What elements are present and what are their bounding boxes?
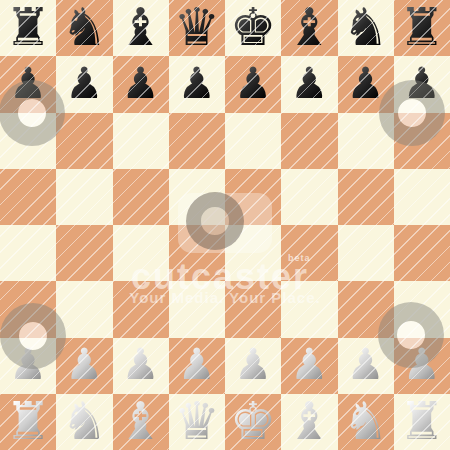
piece-black-queen[interactable]: ♛ — [174, 1, 221, 53]
square-a8[interactable]: ♜ — [0, 0, 56, 56]
square-a6[interactable] — [0, 113, 56, 169]
piece-white-queen[interactable]: ♛ — [174, 395, 221, 447]
piece-black-rook[interactable]: ♜ — [5, 1, 52, 53]
square-e1[interactable]: ♚ — [225, 394, 281, 450]
square-d8[interactable]: ♛ — [169, 0, 225, 56]
square-b7[interactable]: ♟ — [56, 56, 112, 112]
piece-black-bishop[interactable]: ♝ — [286, 1, 333, 53]
square-b6[interactable] — [56, 113, 112, 169]
piece-black-bishop[interactable]: ♝ — [117, 1, 164, 53]
square-e7[interactable]: ♟ — [225, 56, 281, 112]
square-f8[interactable]: ♝ — [281, 0, 337, 56]
piece-white-bishop[interactable]: ♝ — [117, 395, 164, 447]
piece-white-pawn[interactable]: ♟ — [403, 343, 442, 386]
square-c3[interactable] — [113, 281, 169, 337]
chessboard-stock-photo: ♜♞♝♛♚♝♞♜♟♟♟♟♟♟♟♟♟♟♟♟♟♟♟♟♜♞♝♛♚♝♞♜ cutcast… — [0, 0, 450, 450]
square-g2[interactable]: ♟ — [338, 338, 394, 394]
square-d6[interactable] — [169, 113, 225, 169]
square-f2[interactable]: ♟ — [281, 338, 337, 394]
piece-black-pawn[interactable]: ♟ — [403, 62, 442, 105]
piece-black-rook[interactable]: ♜ — [399, 1, 446, 53]
piece-white-knight[interactable]: ♞ — [61, 395, 108, 447]
piece-white-pawn[interactable]: ♟ — [290, 343, 329, 386]
piece-black-pawn[interactable]: ♟ — [121, 62, 160, 105]
square-c7[interactable]: ♟ — [113, 56, 169, 112]
square-d1[interactable]: ♛ — [169, 394, 225, 450]
square-g4[interactable] — [338, 225, 394, 281]
square-h4[interactable] — [394, 225, 450, 281]
square-c1[interactable]: ♝ — [113, 394, 169, 450]
square-c4[interactable] — [113, 225, 169, 281]
square-g6[interactable] — [338, 113, 394, 169]
piece-white-rook[interactable]: ♜ — [399, 395, 446, 447]
square-a5[interactable] — [0, 169, 56, 225]
square-f4[interactable] — [281, 225, 337, 281]
square-f5[interactable] — [281, 169, 337, 225]
piece-white-pawn[interactable]: ♟ — [65, 343, 104, 386]
square-g5[interactable] — [338, 169, 394, 225]
square-f3[interactable] — [281, 281, 337, 337]
square-c6[interactable] — [113, 113, 169, 169]
square-g3[interactable] — [338, 281, 394, 337]
square-c8[interactable]: ♝ — [113, 0, 169, 56]
piece-white-pawn[interactable]: ♟ — [121, 343, 160, 386]
square-h3[interactable] — [394, 281, 450, 337]
piece-black-knight[interactable]: ♞ — [61, 1, 108, 53]
square-b3[interactable] — [56, 281, 112, 337]
square-e4[interactable] — [225, 225, 281, 281]
square-c2[interactable]: ♟ — [113, 338, 169, 394]
square-c5[interactable] — [113, 169, 169, 225]
piece-black-pawn[interactable]: ♟ — [178, 62, 217, 105]
piece-black-knight[interactable]: ♞ — [342, 1, 389, 53]
square-a3[interactable] — [0, 281, 56, 337]
square-g7[interactable]: ♟ — [338, 56, 394, 112]
square-b2[interactable]: ♟ — [56, 338, 112, 394]
square-h6[interactable] — [394, 113, 450, 169]
square-b4[interactable] — [56, 225, 112, 281]
piece-black-pawn[interactable]: ♟ — [65, 62, 104, 105]
piece-black-pawn[interactable]: ♟ — [290, 62, 329, 105]
square-f1[interactable]: ♝ — [281, 394, 337, 450]
square-f6[interactable] — [281, 113, 337, 169]
square-e3[interactable] — [225, 281, 281, 337]
piece-white-rook[interactable]: ♜ — [5, 395, 52, 447]
square-e8[interactable]: ♚ — [225, 0, 281, 56]
square-h8[interactable]: ♜ — [394, 0, 450, 56]
square-a2[interactable]: ♟ — [0, 338, 56, 394]
square-h1[interactable]: ♜ — [394, 394, 450, 450]
square-d3[interactable] — [169, 281, 225, 337]
chess-board: ♜♞♝♛♚♝♞♜♟♟♟♟♟♟♟♟♟♟♟♟♟♟♟♟♜♞♝♛♚♝♞♜ — [0, 0, 450, 450]
piece-black-pawn[interactable]: ♟ — [234, 62, 273, 105]
piece-black-pawn[interactable]: ♟ — [346, 62, 385, 105]
piece-white-bishop[interactable]: ♝ — [286, 395, 333, 447]
piece-white-pawn[interactable]: ♟ — [178, 343, 217, 386]
square-a1[interactable]: ♜ — [0, 394, 56, 450]
square-h7[interactable]: ♟ — [394, 56, 450, 112]
square-b5[interactable] — [56, 169, 112, 225]
piece-black-king[interactable]: ♚ — [230, 1, 277, 53]
square-d4[interactable] — [169, 225, 225, 281]
piece-white-knight[interactable]: ♞ — [342, 395, 389, 447]
piece-white-king[interactable]: ♚ — [230, 395, 277, 447]
square-g8[interactable]: ♞ — [338, 0, 394, 56]
piece-white-pawn[interactable]: ♟ — [234, 343, 273, 386]
square-d5[interactable] — [169, 169, 225, 225]
piece-white-pawn[interactable]: ♟ — [346, 343, 385, 386]
square-h2[interactable]: ♟ — [394, 338, 450, 394]
square-d2[interactable]: ♟ — [169, 338, 225, 394]
square-d7[interactable]: ♟ — [169, 56, 225, 112]
piece-white-pawn[interactable]: ♟ — [9, 343, 48, 386]
square-g1[interactable]: ♞ — [338, 394, 394, 450]
square-e2[interactable]: ♟ — [225, 338, 281, 394]
square-e5[interactable] — [225, 169, 281, 225]
square-f7[interactable]: ♟ — [281, 56, 337, 112]
square-h5[interactable] — [394, 169, 450, 225]
square-a4[interactable] — [0, 225, 56, 281]
square-e6[interactable] — [225, 113, 281, 169]
square-b8[interactable]: ♞ — [56, 0, 112, 56]
piece-black-pawn[interactable]: ♟ — [9, 62, 48, 105]
square-b1[interactable]: ♞ — [56, 394, 112, 450]
square-a7[interactable]: ♟ — [0, 56, 56, 112]
